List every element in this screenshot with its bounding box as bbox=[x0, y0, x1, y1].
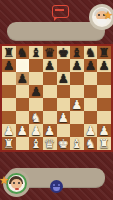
white-bishop[interactable]: ♝ bbox=[30, 137, 41, 150]
square-a1[interactable]: ♜ bbox=[2, 137, 16, 150]
white-king[interactable]: ♚ bbox=[58, 137, 69, 150]
square-c1[interactable]: ♝ bbox=[29, 137, 43, 150]
black-pawn[interactable]: ♟ bbox=[17, 72, 28, 85]
square-g7[interactable]: ♟ bbox=[84, 59, 98, 72]
white-rook[interactable]: ♜ bbox=[99, 137, 110, 150]
white-queen[interactable]: ♛ bbox=[44, 137, 55, 150]
white-knight[interactable]: ♞ bbox=[85, 137, 96, 150]
square-h5[interactable] bbox=[97, 85, 111, 98]
chess-board[interactable]: ♜♞♝♛♚♝♞♜♟♟♟♟♟♟♟♟♟♞♟♟♟♟♟♟♟♜♝♛♚♝♞♜ bbox=[0, 44, 113, 152]
square-h6[interactable] bbox=[97, 72, 111, 85]
square-a5[interactable] bbox=[2, 85, 16, 98]
square-c5[interactable]: ♟ bbox=[29, 85, 43, 98]
black-pawn[interactable]: ♟ bbox=[71, 59, 82, 72]
black-knight[interactable]: ♞ bbox=[17, 46, 28, 59]
square-f4[interactable]: ♟ bbox=[70, 98, 84, 111]
opponent-star-icon: ★ bbox=[103, 10, 113, 21]
black-bishop[interactable]: ♝ bbox=[30, 46, 41, 59]
white-pawn[interactable]: ♟ bbox=[71, 98, 82, 111]
square-d4[interactable] bbox=[43, 98, 57, 111]
square-e6[interactable]: ♟ bbox=[57, 72, 71, 85]
square-d7[interactable]: ♟ bbox=[43, 59, 57, 72]
square-c8[interactable]: ♝ bbox=[29, 46, 43, 59]
chat-bubble-icon[interactable] bbox=[52, 5, 69, 18]
black-pawn[interactable]: ♟ bbox=[85, 59, 96, 72]
square-b4[interactable] bbox=[16, 98, 30, 111]
square-b6[interactable]: ♟ bbox=[16, 72, 30, 85]
white-bishop[interactable]: ♝ bbox=[71, 137, 82, 150]
square-e3[interactable]: ♟ bbox=[57, 111, 71, 124]
square-g1[interactable]: ♞ bbox=[84, 137, 98, 150]
emote-smiley-button[interactable] bbox=[50, 180, 63, 193]
square-e1[interactable]: ♚ bbox=[57, 137, 71, 150]
square-d5[interactable] bbox=[43, 85, 57, 98]
player-avatar-face bbox=[6, 173, 27, 194]
square-e5[interactable] bbox=[57, 85, 71, 98]
black-pawn[interactable]: ♟ bbox=[3, 59, 14, 72]
square-f1[interactable]: ♝ bbox=[70, 137, 84, 150]
square-a6[interactable] bbox=[2, 72, 16, 85]
black-king[interactable]: ♚ bbox=[58, 46, 69, 59]
black-pawn[interactable]: ♟ bbox=[99, 59, 110, 72]
square-b5[interactable] bbox=[16, 85, 30, 98]
chat-tail bbox=[54, 17, 58, 21]
emote-mouth bbox=[53, 187, 60, 191]
square-g6[interactable] bbox=[84, 72, 98, 85]
square-g5[interactable] bbox=[84, 85, 98, 98]
chess-app-screen: ★ ♜♞♝♛♚♝♞♜♟♟♟♟♟♟♟♟♟♞♟♟♟♟♟♟♟♜♝♛♚♝♞♜ ★ bbox=[0, 0, 113, 200]
square-d1[interactable]: ♛ bbox=[43, 137, 57, 150]
square-b2[interactable]: ♟ bbox=[16, 124, 30, 137]
square-a7[interactable]: ♟ bbox=[2, 59, 16, 72]
black-pawn[interactable]: ♟ bbox=[44, 59, 55, 72]
square-f3[interactable] bbox=[70, 111, 84, 124]
opponent-name-bar bbox=[7, 22, 105, 41]
white-pawn[interactable]: ♟ bbox=[58, 111, 69, 124]
white-pawn[interactable]: ♟ bbox=[17, 124, 28, 137]
black-pawn[interactable]: ♟ bbox=[58, 72, 69, 85]
square-h1[interactable]: ♜ bbox=[97, 137, 111, 150]
square-h4[interactable] bbox=[97, 98, 111, 111]
square-b1[interactable] bbox=[16, 137, 30, 150]
square-b8[interactable]: ♞ bbox=[16, 46, 30, 59]
square-a4[interactable] bbox=[2, 98, 16, 111]
square-g4[interactable] bbox=[84, 98, 98, 111]
white-rook[interactable]: ♜ bbox=[3, 137, 14, 150]
emote-eye bbox=[53, 184, 55, 186]
square-f7[interactable]: ♟ bbox=[70, 59, 84, 72]
square-c7[interactable] bbox=[29, 59, 43, 72]
emote-eye bbox=[58, 184, 60, 186]
square-f6[interactable] bbox=[70, 72, 84, 85]
square-d6[interactable] bbox=[43, 72, 57, 85]
square-e8[interactable]: ♚ bbox=[57, 46, 71, 59]
black-pawn[interactable]: ♟ bbox=[30, 85, 41, 98]
player-star-icon: ★ bbox=[0, 175, 9, 186]
square-h7[interactable]: ♟ bbox=[97, 59, 111, 72]
chat-dots bbox=[55, 9, 64, 11]
